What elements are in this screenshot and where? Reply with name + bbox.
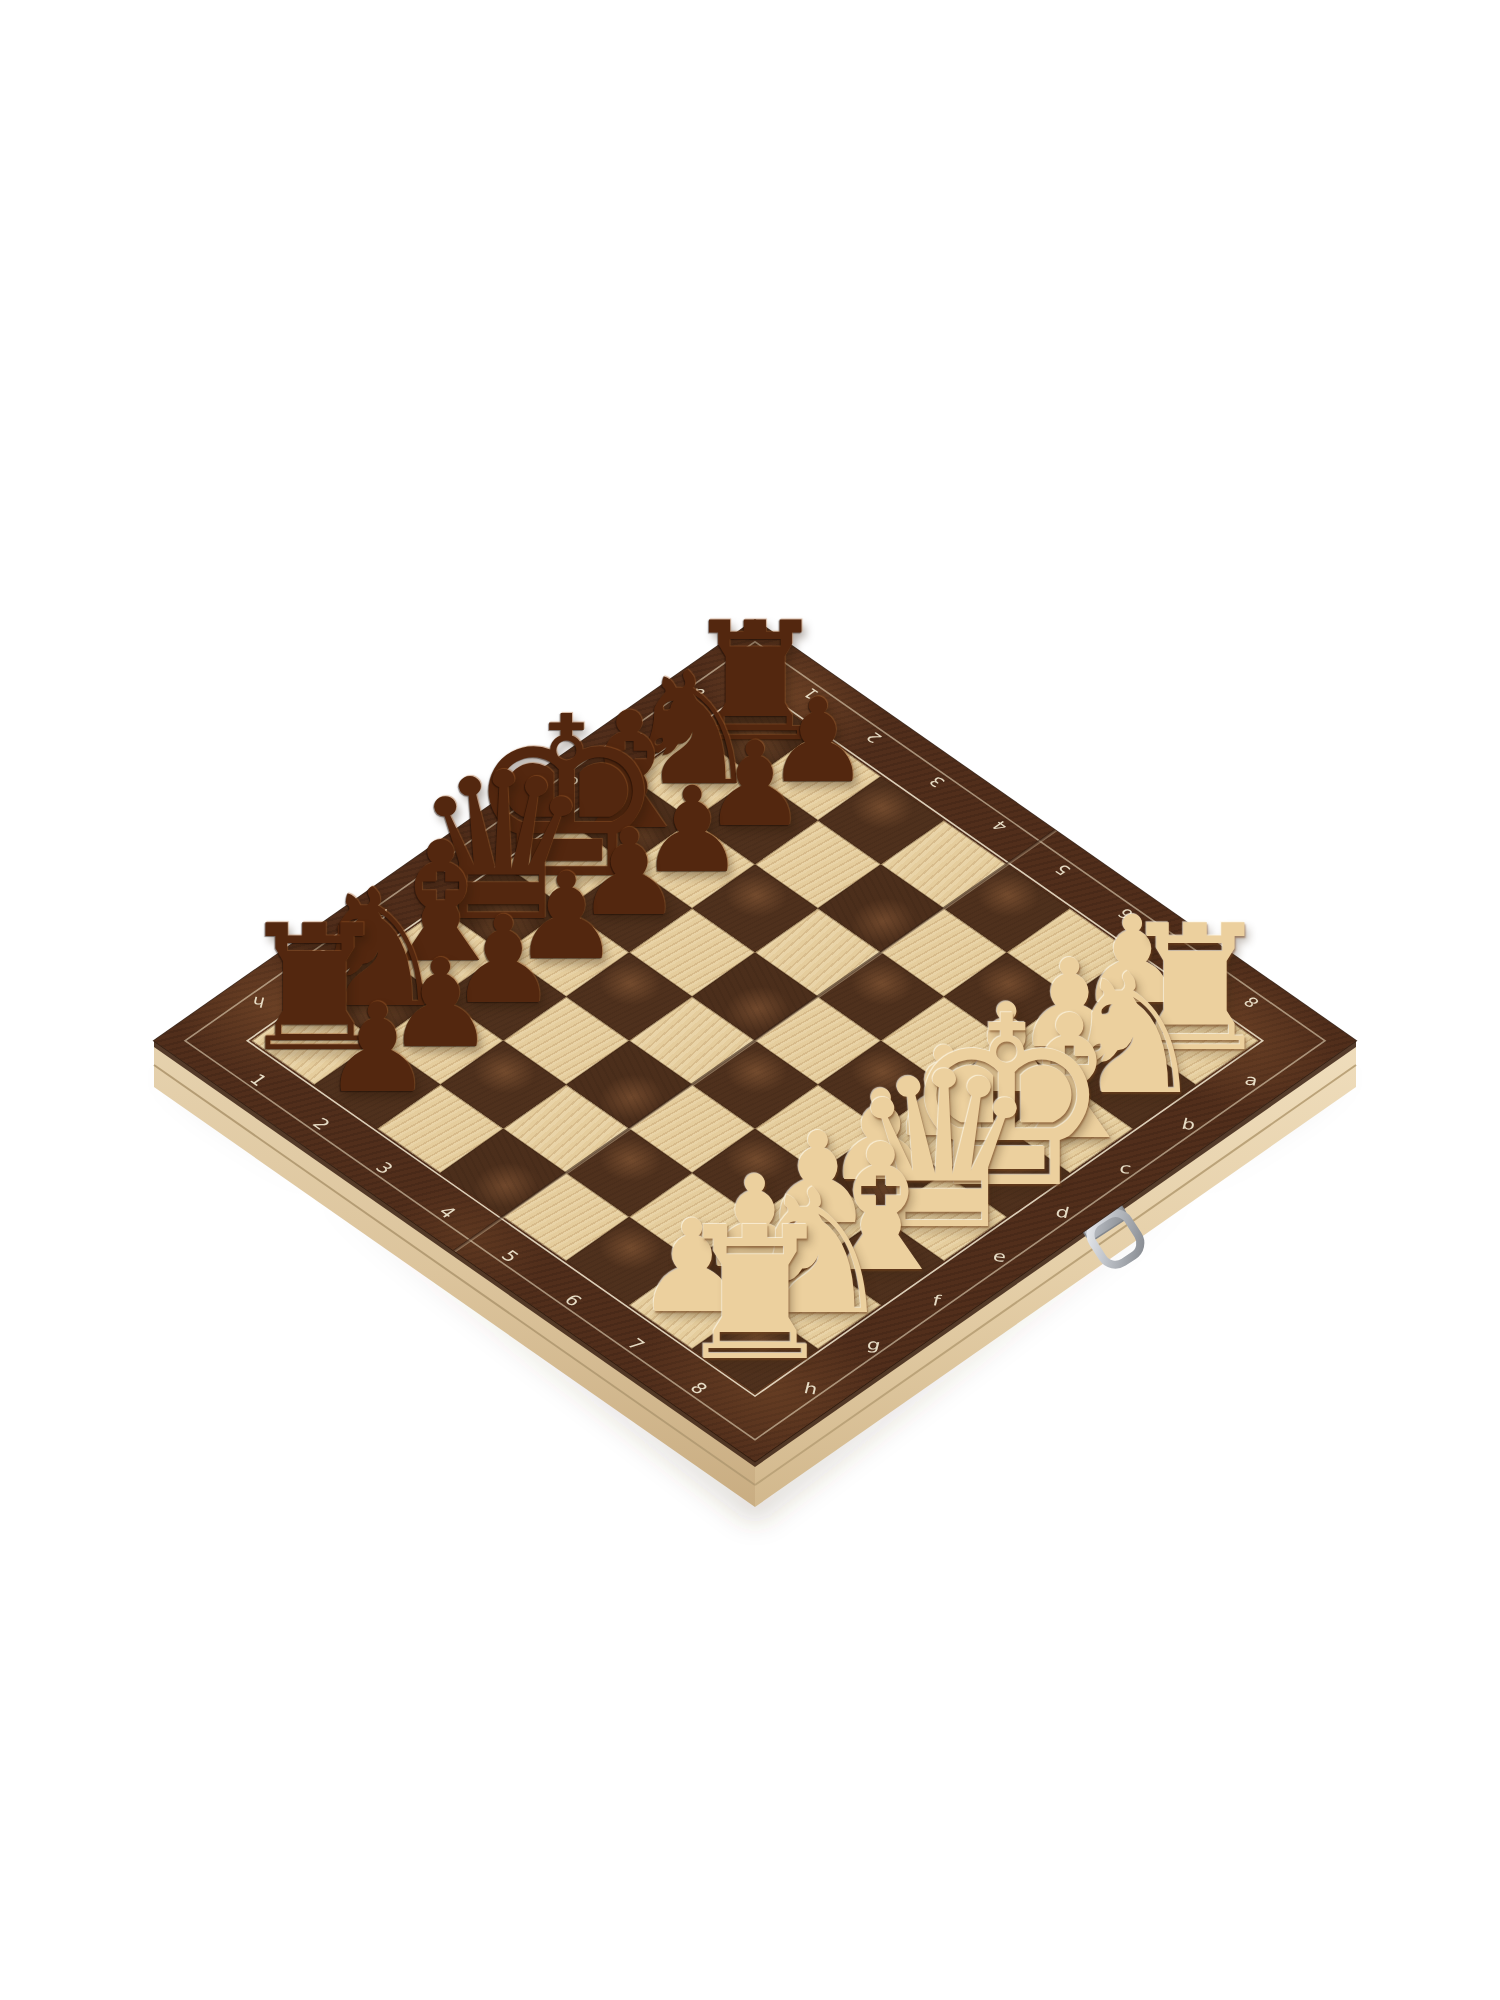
coord-file-h-near: h <box>802 1379 819 1397</box>
coord-rank-4-right: 4 <box>988 817 1012 834</box>
coord-rank-6-right: 6 <box>1113 905 1137 922</box>
coord-rank-8-right: 8 <box>1239 993 1263 1010</box>
coord-file-d-near: d <box>1054 1203 1071 1221</box>
coord-file-f-far: f <box>379 906 389 922</box>
coord-rank-7-right: 7 <box>1176 949 1200 966</box>
coord-rank-1-right: 1 <box>799 685 823 702</box>
coord-file-g-near: g <box>865 1335 882 1353</box>
coord-file-g-far: g <box>314 949 330 966</box>
coord-rank-2-left: 2 <box>308 1115 334 1133</box>
coord-file-b-far: b <box>628 729 644 746</box>
coord-file-e-far: e <box>440 861 455 878</box>
coord-rank-1-left: 1 <box>245 1071 271 1089</box>
coord-rank-4-left: 4 <box>434 1203 460 1221</box>
coord-rank-5-right: 5 <box>1051 861 1075 878</box>
coord-file-e-near: e <box>991 1247 1008 1265</box>
coord-file-a-near: a <box>1243 1071 1260 1089</box>
coord-file-a-far: a <box>691 685 706 702</box>
coord-file-c-far: c <box>566 773 580 789</box>
chess-product-photo: aa11bb22cc33dd44ee55ff66gg77hh88 ♜♞♟♟♝♚♟… <box>0 0 1500 2000</box>
coord-file-d-far: d <box>502 817 518 834</box>
coord-file-c-near: c <box>1118 1159 1134 1177</box>
coord-file-f-near: f <box>931 1291 942 1308</box>
coord-rank-2-right: 2 <box>862 729 886 746</box>
coord-rank-5-left: 5 <box>497 1247 523 1265</box>
coord-file-h-far: h <box>251 993 267 1010</box>
coord-rank-6-left: 6 <box>560 1291 586 1309</box>
coord-rank-8-left: 8 <box>686 1379 712 1397</box>
coord-rank-3-left: 3 <box>371 1159 397 1177</box>
coord-file-b-near: b <box>1180 1115 1197 1133</box>
coord-rank-3-right: 3 <box>925 773 949 790</box>
coord-rank-7-left: 7 <box>623 1335 649 1353</box>
